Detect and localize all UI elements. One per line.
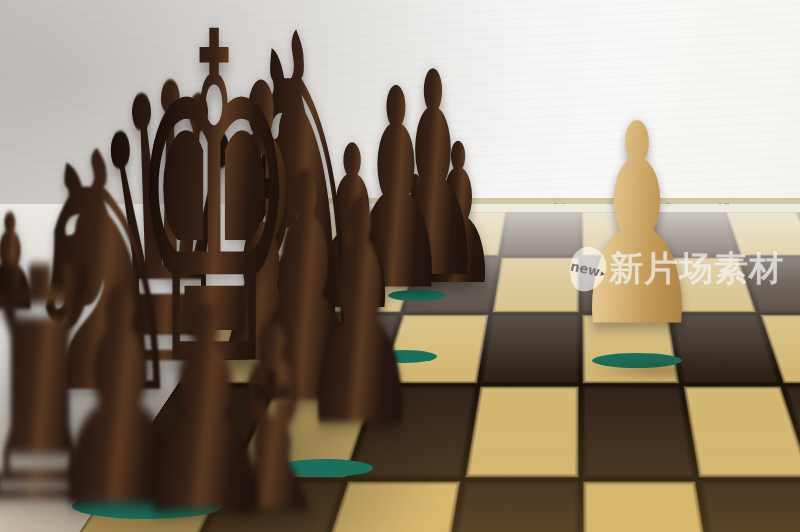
board-square: [502, 212, 579, 256]
board-square: [582, 315, 679, 384]
board-square: [582, 481, 714, 532]
board-square: [582, 212, 659, 256]
board-coordinate-number: 5: [716, 202, 733, 207]
board-square: [493, 258, 579, 312]
board-square: [445, 481, 577, 532]
board-coordinate-number: 2: [552, 202, 568, 207]
chess-photo-scene: 2345 ♜♟♞♛♚♝♞♟♟♟♟♟♟♟♟♟♝♟ new ▸ 新片场素材: [0, 0, 800, 532]
board-coordinate-number: 4: [661, 202, 678, 207]
board-square: [380, 315, 488, 384]
board-square: [726, 212, 800, 256]
board-square: [700, 481, 800, 532]
board-square: [654, 212, 738, 256]
board-square: [662, 258, 757, 312]
board-coordinate-number: 3: [607, 202, 623, 207]
board-square: [481, 315, 578, 384]
board-square: [404, 258, 499, 312]
board-square: [466, 387, 578, 477]
board-square: [582, 258, 668, 312]
board-square: [684, 387, 800, 477]
board-square: [582, 387, 694, 477]
board-square: [422, 212, 506, 256]
